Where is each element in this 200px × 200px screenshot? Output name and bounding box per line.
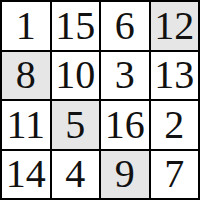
grid-cell: 13 [151,52,199,100]
grid-cell: 16 [101,101,149,149]
grid-cell: 7 [151,151,199,199]
grid-cell: 3 [101,52,149,100]
grid-cell: 2 [151,101,199,149]
grid-cell: 10 [52,52,100,100]
grid-cell: 4 [52,151,100,199]
grid-cell: 6 [101,2,149,50]
grid-cell: 15 [52,2,100,50]
grid-cell: 9 [101,151,149,199]
grid-cell: 14 [2,151,50,199]
grid-cell: 11 [2,101,50,149]
grid-cell: 5 [52,101,100,149]
grid-cell: 12 [151,2,199,50]
grid-cell: 8 [2,52,50,100]
magic-square-board: 11561281031311516214497 [0,0,200,200]
grid-cell: 1 [2,2,50,50]
